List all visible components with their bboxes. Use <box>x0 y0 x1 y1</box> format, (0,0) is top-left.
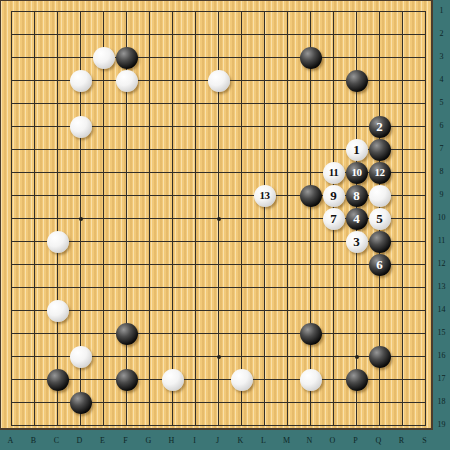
intersection-F1[interactable] <box>115 0 138 23</box>
intersection-N17[interactable] <box>299 368 322 391</box>
intersection-E3[interactable] <box>92 46 115 69</box>
intersection-C12[interactable] <box>46 253 69 276</box>
intersection-N11[interactable] <box>299 230 322 253</box>
intersection-S12[interactable] <box>414 253 433 276</box>
intersection-J9[interactable] <box>207 184 230 207</box>
intersection-K13[interactable] <box>230 276 253 299</box>
intersection-O4[interactable] <box>322 69 345 92</box>
intersection-F18[interactable] <box>115 391 138 414</box>
intersection-S9[interactable] <box>414 184 433 207</box>
intersection-B11[interactable] <box>23 230 46 253</box>
intersection-H3[interactable] <box>161 46 184 69</box>
intersection-M18[interactable] <box>276 391 299 414</box>
intersection-L17[interactable] <box>253 368 276 391</box>
intersection-I3[interactable] <box>184 46 207 69</box>
intersection-S2[interactable] <box>414 23 433 46</box>
intersection-N1[interactable] <box>299 0 322 23</box>
stone-white-K17[interactable] <box>231 369 253 391</box>
intersection-J14[interactable] <box>207 299 230 322</box>
intersection-F8[interactable] <box>115 161 138 184</box>
intersection-E10[interactable] <box>92 207 115 230</box>
intersection-S6[interactable] <box>414 115 433 138</box>
intersection-E1[interactable] <box>92 0 115 23</box>
intersection-P15[interactable] <box>345 322 368 345</box>
intersection-A9[interactable] <box>0 184 23 207</box>
intersection-R4[interactable] <box>391 69 414 92</box>
intersection-I7[interactable] <box>184 138 207 161</box>
intersection-F5[interactable] <box>115 92 138 115</box>
intersection-O16[interactable] <box>322 345 345 368</box>
intersection-E7[interactable] <box>92 138 115 161</box>
intersection-O3[interactable] <box>322 46 345 69</box>
intersection-I19[interactable] <box>184 414 207 430</box>
intersection-N15[interactable] <box>299 322 322 345</box>
stone-white-move-11-O8[interactable]: 11 <box>323 162 345 184</box>
intersection-S19[interactable] <box>414 414 433 430</box>
intersection-E12[interactable] <box>92 253 115 276</box>
intersection-S1[interactable] <box>414 0 433 23</box>
intersection-A13[interactable] <box>0 276 23 299</box>
intersection-N9[interactable] <box>299 184 322 207</box>
intersection-D1[interactable] <box>69 0 92 23</box>
intersection-A4[interactable] <box>0 69 23 92</box>
stone-white-move-7-O10[interactable]: 7 <box>323 208 345 230</box>
stone-white-move-1-P7[interactable]: 1 <box>346 139 368 161</box>
intersection-O2[interactable] <box>322 23 345 46</box>
intersection-F19[interactable] <box>115 414 138 430</box>
intersection-O7[interactable] <box>322 138 345 161</box>
intersection-K9[interactable] <box>230 184 253 207</box>
intersection-I13[interactable] <box>184 276 207 299</box>
intersection-M2[interactable] <box>276 23 299 46</box>
intersection-B18[interactable] <box>23 391 46 414</box>
intersection-G6[interactable] <box>138 115 161 138</box>
intersection-S8[interactable] <box>414 161 433 184</box>
intersection-H9[interactable] <box>161 184 184 207</box>
intersection-I15[interactable] <box>184 322 207 345</box>
intersection-M1[interactable] <box>276 0 299 23</box>
intersection-C19[interactable] <box>46 414 69 430</box>
intersection-E4[interactable] <box>92 69 115 92</box>
intersection-G15[interactable] <box>138 322 161 345</box>
intersection-G7[interactable] <box>138 138 161 161</box>
intersection-L8[interactable] <box>253 161 276 184</box>
intersection-J6[interactable] <box>207 115 230 138</box>
intersection-G13[interactable] <box>138 276 161 299</box>
stone-white-C14[interactable] <box>47 300 69 322</box>
intersection-B5[interactable] <box>23 92 46 115</box>
intersection-M11[interactable] <box>276 230 299 253</box>
stone-white-E3[interactable] <box>93 47 115 69</box>
intersection-S4[interactable] <box>414 69 433 92</box>
intersection-G5[interactable] <box>138 92 161 115</box>
intersection-P12[interactable] <box>345 253 368 276</box>
intersection-P19[interactable] <box>345 414 368 430</box>
intersection-F4[interactable] <box>115 69 138 92</box>
intersection-H11[interactable] <box>161 230 184 253</box>
intersection-O15[interactable] <box>322 322 345 345</box>
intersection-S17[interactable] <box>414 368 433 391</box>
intersection-O18[interactable] <box>322 391 345 414</box>
stone-black-F17[interactable] <box>116 369 138 391</box>
intersection-Q14[interactable] <box>368 299 391 322</box>
intersection-J1[interactable] <box>207 0 230 23</box>
intersection-R13[interactable] <box>391 276 414 299</box>
intersection-R1[interactable] <box>391 0 414 23</box>
intersection-M10[interactable] <box>276 207 299 230</box>
intersection-N2[interactable] <box>299 23 322 46</box>
intersection-Q6[interactable]: 2 <box>368 115 391 138</box>
intersection-L6[interactable] <box>253 115 276 138</box>
intersection-R9[interactable] <box>391 184 414 207</box>
intersection-S3[interactable] <box>414 46 433 69</box>
stone-black-Q11[interactable] <box>369 231 391 253</box>
intersection-J13[interactable] <box>207 276 230 299</box>
intersection-C3[interactable] <box>46 46 69 69</box>
intersection-R19[interactable] <box>391 414 414 430</box>
intersection-C1[interactable] <box>46 0 69 23</box>
intersection-J3[interactable] <box>207 46 230 69</box>
intersection-N4[interactable] <box>299 69 322 92</box>
intersection-M12[interactable] <box>276 253 299 276</box>
intersection-N14[interactable] <box>299 299 322 322</box>
intersection-P1[interactable] <box>345 0 368 23</box>
intersection-K6[interactable] <box>230 115 253 138</box>
intersection-N10[interactable] <box>299 207 322 230</box>
intersection-H10[interactable] <box>161 207 184 230</box>
intersection-E14[interactable] <box>92 299 115 322</box>
intersection-R18[interactable] <box>391 391 414 414</box>
intersection-R2[interactable] <box>391 23 414 46</box>
intersection-H6[interactable] <box>161 115 184 138</box>
intersection-Q12[interactable]: 6 <box>368 253 391 276</box>
intersection-S11[interactable] <box>414 230 433 253</box>
intersection-G8[interactable] <box>138 161 161 184</box>
intersection-M4[interactable] <box>276 69 299 92</box>
intersection-L1[interactable] <box>253 0 276 23</box>
intersection-P11[interactable]: 3 <box>345 230 368 253</box>
intersection-J18[interactable] <box>207 391 230 414</box>
intersection-E6[interactable] <box>92 115 115 138</box>
intersection-H19[interactable] <box>161 414 184 430</box>
intersection-A16[interactable] <box>0 345 23 368</box>
intersection-G19[interactable] <box>138 414 161 430</box>
intersection-C9[interactable] <box>46 184 69 207</box>
intersection-D15[interactable] <box>69 322 92 345</box>
stone-white-J4[interactable] <box>208 70 230 92</box>
intersection-P7[interactable]: 1 <box>345 138 368 161</box>
intersection-N7[interactable] <box>299 138 322 161</box>
intersection-H7[interactable] <box>161 138 184 161</box>
intersection-R15[interactable] <box>391 322 414 345</box>
intersection-I18[interactable] <box>184 391 207 414</box>
intersection-B12[interactable] <box>23 253 46 276</box>
intersection-K15[interactable] <box>230 322 253 345</box>
intersection-P4[interactable] <box>345 69 368 92</box>
intersection-A19[interactable] <box>0 414 23 430</box>
intersection-L7[interactable] <box>253 138 276 161</box>
stone-black-N15[interactable] <box>300 323 322 345</box>
intersection-K14[interactable] <box>230 299 253 322</box>
intersection-N6[interactable] <box>299 115 322 138</box>
intersection-B14[interactable] <box>23 299 46 322</box>
intersection-C17[interactable] <box>46 368 69 391</box>
intersection-D16[interactable] <box>69 345 92 368</box>
intersection-E18[interactable] <box>92 391 115 414</box>
intersection-F7[interactable] <box>115 138 138 161</box>
intersection-I12[interactable] <box>184 253 207 276</box>
intersection-R11[interactable] <box>391 230 414 253</box>
intersection-Q16[interactable] <box>368 345 391 368</box>
intersection-G9[interactable] <box>138 184 161 207</box>
intersection-B7[interactable] <box>23 138 46 161</box>
intersection-E17[interactable] <box>92 368 115 391</box>
stone-black-move-8-P9[interactable]: 8 <box>346 185 368 207</box>
intersection-L12[interactable] <box>253 253 276 276</box>
intersection-S10[interactable] <box>414 207 433 230</box>
stone-white-D16[interactable] <box>70 346 92 368</box>
stone-black-Q7[interactable] <box>369 139 391 161</box>
intersection-D17[interactable] <box>69 368 92 391</box>
intersection-K12[interactable] <box>230 253 253 276</box>
intersection-K1[interactable] <box>230 0 253 23</box>
intersection-K11[interactable] <box>230 230 253 253</box>
stone-white-C11[interactable] <box>47 231 69 253</box>
intersection-C15[interactable] <box>46 322 69 345</box>
intersection-P2[interactable] <box>345 23 368 46</box>
stone-black-move-4-P10[interactable]: 4 <box>346 208 368 230</box>
intersection-K8[interactable] <box>230 161 253 184</box>
intersection-D14[interactable] <box>69 299 92 322</box>
intersection-M15[interactable] <box>276 322 299 345</box>
intersection-G18[interactable] <box>138 391 161 414</box>
intersection-L14[interactable] <box>253 299 276 322</box>
intersection-C4[interactable] <box>46 69 69 92</box>
intersection-F2[interactable] <box>115 23 138 46</box>
intersection-J4[interactable] <box>207 69 230 92</box>
intersection-C18[interactable] <box>46 391 69 414</box>
intersection-D11[interactable] <box>69 230 92 253</box>
intersection-C8[interactable] <box>46 161 69 184</box>
intersection-A1[interactable] <box>0 0 23 23</box>
intersection-O11[interactable] <box>322 230 345 253</box>
intersection-H4[interactable] <box>161 69 184 92</box>
intersection-J11[interactable] <box>207 230 230 253</box>
intersection-P8[interactable]: 10 <box>345 161 368 184</box>
intersection-M3[interactable] <box>276 46 299 69</box>
intersection-A6[interactable] <box>0 115 23 138</box>
intersection-Q18[interactable] <box>368 391 391 414</box>
intersection-L19[interactable] <box>253 414 276 430</box>
intersection-Q5[interactable] <box>368 92 391 115</box>
stone-black-N9[interactable] <box>300 185 322 207</box>
intersection-R10[interactable] <box>391 207 414 230</box>
intersection-N8[interactable] <box>299 161 322 184</box>
intersection-O17[interactable] <box>322 368 345 391</box>
intersection-P18[interactable] <box>345 391 368 414</box>
intersection-A15[interactable] <box>0 322 23 345</box>
intersection-B4[interactable] <box>23 69 46 92</box>
intersection-J2[interactable] <box>207 23 230 46</box>
intersection-L11[interactable] <box>253 230 276 253</box>
intersection-R12[interactable] <box>391 253 414 276</box>
intersection-A8[interactable] <box>0 161 23 184</box>
intersection-M13[interactable] <box>276 276 299 299</box>
intersection-S16[interactable] <box>414 345 433 368</box>
intersection-E2[interactable] <box>92 23 115 46</box>
intersection-N5[interactable] <box>299 92 322 115</box>
intersection-M6[interactable] <box>276 115 299 138</box>
intersection-I14[interactable] <box>184 299 207 322</box>
intersection-M7[interactable] <box>276 138 299 161</box>
intersection-R16[interactable] <box>391 345 414 368</box>
intersection-F17[interactable] <box>115 368 138 391</box>
intersection-D3[interactable] <box>69 46 92 69</box>
intersection-I10[interactable] <box>184 207 207 230</box>
intersection-D12[interactable] <box>69 253 92 276</box>
intersection-F14[interactable] <box>115 299 138 322</box>
intersection-J15[interactable] <box>207 322 230 345</box>
intersection-K7[interactable] <box>230 138 253 161</box>
intersection-B8[interactable] <box>23 161 46 184</box>
intersection-K17[interactable] <box>230 368 253 391</box>
intersection-I2[interactable] <box>184 23 207 46</box>
intersection-A11[interactable] <box>0 230 23 253</box>
intersection-G14[interactable] <box>138 299 161 322</box>
intersection-O5[interactable] <box>322 92 345 115</box>
intersection-G10[interactable] <box>138 207 161 230</box>
intersection-K2[interactable] <box>230 23 253 46</box>
intersection-J12[interactable] <box>207 253 230 276</box>
intersection-C5[interactable] <box>46 92 69 115</box>
stone-white-move-13-L9[interactable]: 13 <box>254 185 276 207</box>
intersection-L2[interactable] <box>253 23 276 46</box>
intersection-B9[interactable] <box>23 184 46 207</box>
intersection-B1[interactable] <box>23 0 46 23</box>
intersection-B6[interactable] <box>23 115 46 138</box>
intersection-I9[interactable] <box>184 184 207 207</box>
intersection-O14[interactable] <box>322 299 345 322</box>
intersection-C13[interactable] <box>46 276 69 299</box>
intersection-D18[interactable] <box>69 391 92 414</box>
intersection-E11[interactable] <box>92 230 115 253</box>
intersection-O12[interactable] <box>322 253 345 276</box>
stone-black-N3[interactable] <box>300 47 322 69</box>
intersection-F15[interactable] <box>115 322 138 345</box>
intersection-A7[interactable] <box>0 138 23 161</box>
intersection-C11[interactable] <box>46 230 69 253</box>
intersection-R5[interactable] <box>391 92 414 115</box>
stone-white-move-3-P11[interactable]: 3 <box>346 231 368 253</box>
stone-white-move-5-Q10[interactable]: 5 <box>369 208 391 230</box>
intersection-H17[interactable] <box>161 368 184 391</box>
intersection-G1[interactable] <box>138 0 161 23</box>
intersection-E5[interactable] <box>92 92 115 115</box>
intersection-H2[interactable] <box>161 23 184 46</box>
stone-white-D6[interactable] <box>70 116 92 138</box>
intersection-A5[interactable] <box>0 92 23 115</box>
intersection-O8[interactable]: 11 <box>322 161 345 184</box>
intersection-H16[interactable] <box>161 345 184 368</box>
intersection-G12[interactable] <box>138 253 161 276</box>
intersection-P10[interactable]: 4 <box>345 207 368 230</box>
intersection-D2[interactable] <box>69 23 92 46</box>
intersection-K19[interactable] <box>230 414 253 430</box>
intersection-K3[interactable] <box>230 46 253 69</box>
stone-black-Q16[interactable] <box>369 346 391 368</box>
stone-black-move-2-Q6[interactable]: 2 <box>369 116 391 138</box>
intersection-M8[interactable] <box>276 161 299 184</box>
intersection-D5[interactable] <box>69 92 92 115</box>
intersection-R6[interactable] <box>391 115 414 138</box>
intersection-Q1[interactable] <box>368 0 391 23</box>
intersection-P17[interactable] <box>345 368 368 391</box>
intersection-G2[interactable] <box>138 23 161 46</box>
stone-white-move-9-O9[interactable]: 9 <box>323 185 345 207</box>
stone-black-move-10-P8[interactable]: 10 <box>346 162 368 184</box>
intersection-N3[interactable] <box>299 46 322 69</box>
intersection-B3[interactable] <box>23 46 46 69</box>
intersection-D8[interactable] <box>69 161 92 184</box>
intersection-J8[interactable] <box>207 161 230 184</box>
intersection-B17[interactable] <box>23 368 46 391</box>
intersection-P5[interactable] <box>345 92 368 115</box>
intersection-Q2[interactable] <box>368 23 391 46</box>
intersection-A18[interactable] <box>0 391 23 414</box>
intersection-H5[interactable] <box>161 92 184 115</box>
intersection-J7[interactable] <box>207 138 230 161</box>
intersection-S13[interactable] <box>414 276 433 299</box>
intersection-M14[interactable] <box>276 299 299 322</box>
intersection-K10[interactable] <box>230 207 253 230</box>
stone-black-F3[interactable] <box>116 47 138 69</box>
stone-black-C17[interactable] <box>47 369 69 391</box>
intersection-D7[interactable] <box>69 138 92 161</box>
intersection-K18[interactable] <box>230 391 253 414</box>
intersection-E9[interactable] <box>92 184 115 207</box>
intersection-F3[interactable] <box>115 46 138 69</box>
intersection-O9[interactable]: 9 <box>322 184 345 207</box>
intersection-L9[interactable]: 13 <box>253 184 276 207</box>
intersection-G16[interactable] <box>138 345 161 368</box>
intersection-M16[interactable] <box>276 345 299 368</box>
intersection-B15[interactable] <box>23 322 46 345</box>
intersection-C6[interactable] <box>46 115 69 138</box>
intersection-H13[interactable] <box>161 276 184 299</box>
intersection-G4[interactable] <box>138 69 161 92</box>
stone-black-move-12-Q8[interactable]: 12 <box>369 162 391 184</box>
intersection-K4[interactable] <box>230 69 253 92</box>
intersection-P3[interactable] <box>345 46 368 69</box>
intersection-C14[interactable] <box>46 299 69 322</box>
intersection-Q7[interactable] <box>368 138 391 161</box>
intersection-N16[interactable] <box>299 345 322 368</box>
intersection-D9[interactable] <box>69 184 92 207</box>
intersection-A2[interactable] <box>0 23 23 46</box>
intersection-Q15[interactable] <box>368 322 391 345</box>
intersection-F6[interactable] <box>115 115 138 138</box>
stone-black-D18[interactable] <box>70 392 92 414</box>
intersection-Q9[interactable] <box>368 184 391 207</box>
intersection-H12[interactable] <box>161 253 184 276</box>
intersection-L15[interactable] <box>253 322 276 345</box>
intersection-N19[interactable] <box>299 414 322 430</box>
intersection-L16[interactable] <box>253 345 276 368</box>
intersection-L4[interactable] <box>253 69 276 92</box>
intersection-J19[interactable] <box>207 414 230 430</box>
intersection-M17[interactable] <box>276 368 299 391</box>
intersection-A14[interactable] <box>0 299 23 322</box>
